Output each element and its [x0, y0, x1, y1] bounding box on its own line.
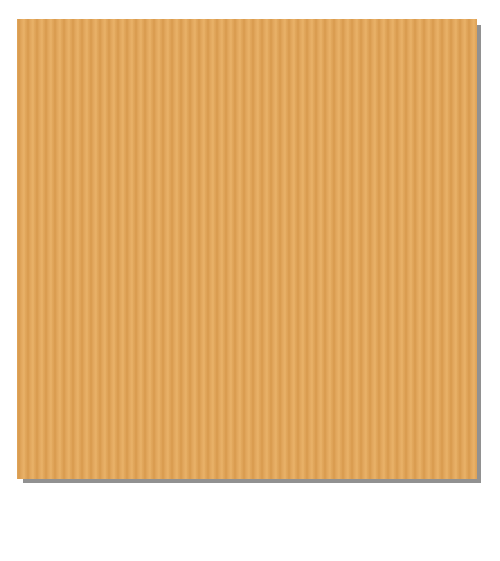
- left-coordinate-labels: [0, 19, 16, 479]
- top-coordinate-labels: [17, 2, 477, 16]
- right-coordinate-labels: [484, 19, 500, 479]
- bottom-coordinate-labels: [17, 483, 477, 497]
- go-diagram-page: [0, 0, 500, 561]
- go-board: [17, 19, 477, 479]
